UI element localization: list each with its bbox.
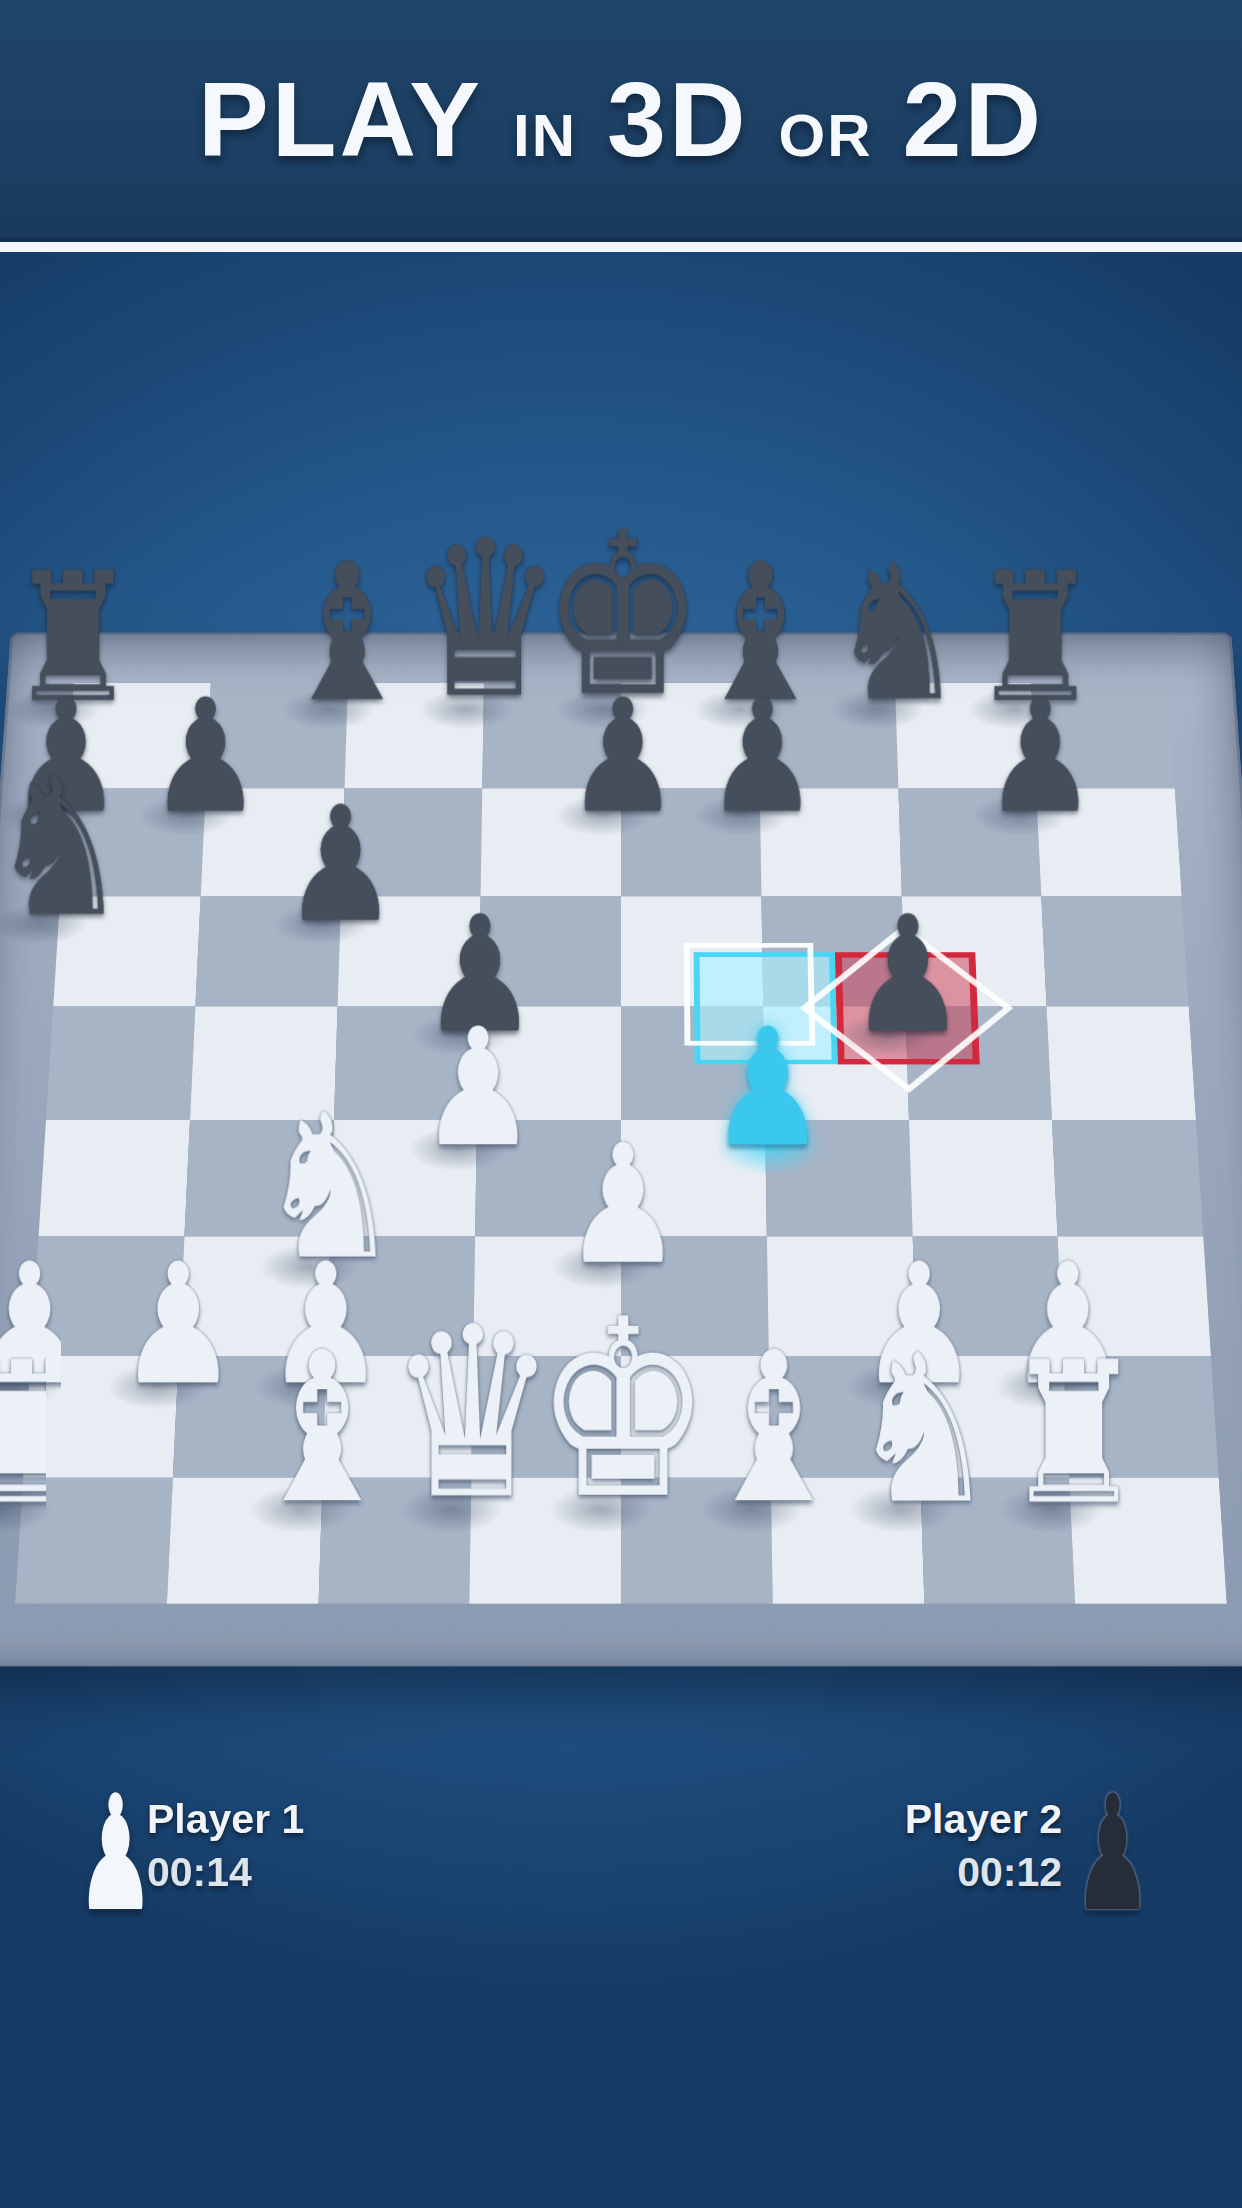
black-pawn-glyph: ♟ — [705, 678, 818, 835]
white-bishop-f1[interactable]: ♝ — [697, 1418, 848, 1542]
title-word-2d: 2D — [902, 59, 1044, 180]
white-pawn-glyph: ♟ — [563, 1123, 682, 1288]
title-word-3d: 3D — [607, 59, 749, 180]
player-black-clock: 00:12 — [905, 1849, 1062, 1896]
white-bishop-glyph: ♝ — [247, 1325, 397, 1532]
black-pawn-icon: ♟ — [1072, 1774, 1152, 1934]
black-pawn-f7[interactable]: ♟ — [692, 737, 832, 844]
app-screen: { "game": "chess", "header": { "word_pla… — [0, 0, 1242, 2208]
black-pawn-b7[interactable]: ♟ — [135, 737, 279, 844]
page-title: PLAY IN 3D OR 2D — [198, 59, 1044, 180]
black-bishop-c8[interactable]: ♝ — [279, 633, 419, 737]
black-pawn-e7[interactable]: ♟ — [553, 737, 692, 844]
black-queen-glyph: ♛ — [407, 512, 563, 728]
white-pawn-b2[interactable]: ♟ — [103, 1297, 256, 1418]
white-rook-a1[interactable]: ♜ — [0, 1418, 103, 1542]
white-queen-glyph: ♛ — [387, 1296, 558, 1532]
black-pawn-c6[interactable]: ♟ — [270, 843, 414, 952]
black-queen-d8[interactable]: ♛ — [416, 633, 554, 737]
white-knight-glyph: ♞ — [849, 1327, 997, 1532]
white-pawn-glyph: ♟ — [419, 1007, 537, 1170]
title-word-or: OR — [778, 101, 872, 170]
header-banner: PLAY IN 3D OR 2D — [0, 0, 1242, 242]
white-pawn-icon: ♟ — [76, 1774, 156, 1934]
black-knight-g8[interactable]: ♞ — [827, 633, 967, 737]
white-king-e1[interactable]: ♚ — [548, 1418, 698, 1542]
white-pawn-d4[interactable]: ♟ — [406, 1064, 552, 1179]
player-white-clock: 00:14 — [147, 1849, 304, 1896]
white-queen-d1[interactable]: ♛ — [397, 1418, 548, 1542]
player-black-panel: Player 2 00:12 — [905, 1796, 1062, 1896]
player-white-panel: Player 1 00:14 — [147, 1796, 304, 1896]
white-king-glyph: ♚ — [534, 1287, 712, 1533]
black-knight-glyph: ♞ — [830, 541, 966, 729]
capture-highlight-g5[interactable] — [834, 952, 980, 1064]
white-bishop-glyph: ♝ — [698, 1325, 848, 1532]
white-rook-h1[interactable]: ♜ — [994, 1418, 1149, 1542]
selected-white-pawn-glyph: ♟ — [709, 1007, 827, 1170]
white-pawn-glyph: ♟ — [117, 1241, 238, 1408]
white-knight-g1[interactable]: ♞ — [846, 1418, 999, 1542]
white-rook-glyph: ♜ — [0, 1337, 92, 1532]
black-pawn-glyph: ♟ — [148, 678, 261, 835]
black-knight-a6[interactable]: ♞ — [0, 843, 135, 952]
title-word-play: PLAY — [198, 59, 483, 180]
black-pawn-glyph: ♟ — [984, 678, 1097, 835]
black-bishop-glyph: ♝ — [279, 539, 416, 729]
white-bishop-c1[interactable]: ♝ — [247, 1418, 400, 1542]
piece-layer: ♜♝♛♚♝♞♜♟♟♟♟♟♞♟♟♟♟♟♞♟♟♟♟♟♟♜♝♛♚♝♞♜ — [0, 633, 1242, 1667]
white-rook-glyph: ♜ — [1003, 1337, 1144, 1532]
black-pawn-glyph: ♟ — [284, 785, 399, 944]
black-knight-glyph: ♞ — [0, 751, 129, 943]
player-white-name: Player 1 — [147, 1796, 304, 1843]
board-frame: ♜♝♛♚♝♞♜♟♟♟♟♟♞♟♟♟♟♟♞♟♟♟♟♟♟♜♝♛♚♝♞♜ — [0, 633, 1242, 1667]
white-pawn-f4[interactable]: ♟ — [694, 1064, 840, 1179]
title-word-in: IN — [513, 101, 577, 170]
black-pawn-h7[interactable]: ♟ — [967, 737, 1111, 844]
player-black-name: Player 2 — [905, 1796, 1062, 1843]
black-pawn-glyph: ♟ — [566, 678, 679, 835]
